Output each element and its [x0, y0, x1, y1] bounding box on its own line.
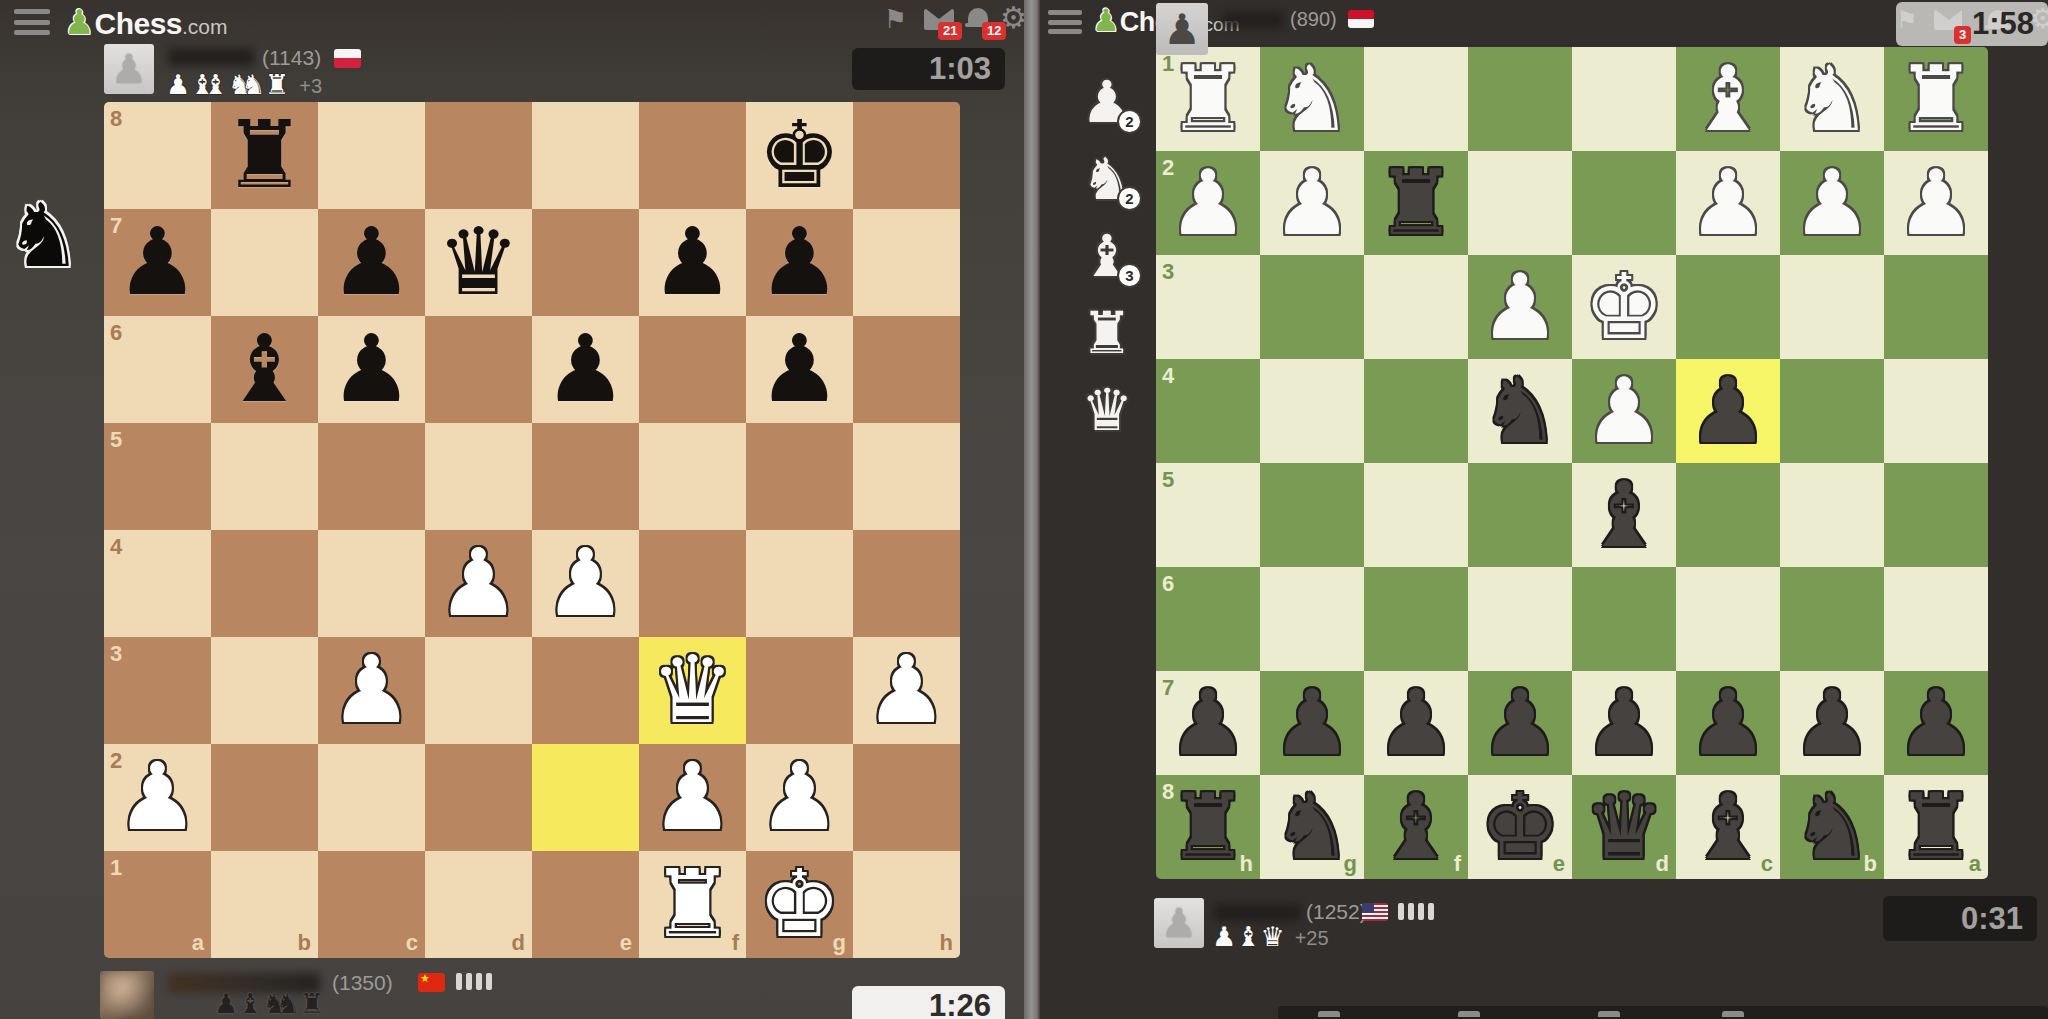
logo-pawn-icon: ♟ [64, 2, 94, 42]
top-player-rating: (890) [1290, 8, 1337, 31]
challenge-flag-icon[interactable]: ⚑ [884, 4, 907, 34]
captured-bishop-icon: ♝ [238, 992, 262, 1019]
square-a5[interactable] [1884, 463, 1988, 567]
file-label: h [940, 930, 953, 956]
square-b3[interactable] [1780, 255, 1884, 359]
captured-queen-icon: ♛ [1260, 924, 1284, 952]
square-d2[interactable] [425, 744, 532, 851]
bottom-player-rating: (1252) [1306, 900, 1367, 924]
square-b2[interactable]: ♟ [1780, 151, 1884, 255]
bottom-player-name-blurred[interactable] [168, 973, 320, 993]
black-pawn-a7[interactable]: ♟ [1896, 671, 1977, 775]
square-g2[interactable]: ♟ [746, 744, 853, 851]
white-rook-f1[interactable]: ♜ [651, 851, 734, 958]
black-pawn-e7[interactable]: ♟ [1480, 671, 1561, 775]
left-chess-board: 8♜♚7♟♟♛♟♟6♝♟♟♟54♟♟3♟♛♟2♟♟♟1abcdef♜g♚h [104, 102, 960, 958]
black-rook-h8[interactable]: ♜ [1168, 775, 1249, 879]
square-a1[interactable]: 1a [104, 851, 211, 958]
square-e8[interactable] [532, 102, 639, 209]
square-d3[interactable]: ♚ [1572, 255, 1676, 359]
square-e6[interactable]: ♟ [532, 316, 639, 423]
square-d3[interactable] [425, 637, 532, 744]
square-e5[interactable] [1468, 463, 1572, 567]
square-e3[interactable] [532, 637, 639, 744]
white-pawn-d4[interactable]: ♟ [1584, 359, 1665, 463]
bottom-player-flag-usa [1362, 903, 1388, 921]
square-d6[interactable] [1572, 567, 1676, 671]
black-pawn-g6[interactable]: ♟ [758, 316, 841, 423]
square-a2[interactable]: 2♟ [104, 744, 211, 851]
menu-hamburger-icon[interactable] [1048, 10, 1082, 34]
file-label: b [298, 930, 311, 956]
square-f3[interactable] [1364, 255, 1468, 359]
file-label: a [192, 930, 204, 956]
square-h6[interactable] [853, 316, 960, 423]
square-h4[interactable]: 4 [1156, 359, 1260, 463]
rank-label: 4 [1162, 363, 1174, 389]
rank-label: 4 [110, 534, 122, 560]
top-player-flag-poland [334, 49, 361, 68]
square-b4[interactable] [1780, 359, 1884, 463]
square-b2[interactable] [211, 744, 318, 851]
bottom-player-clock: 0:31 [1883, 896, 2037, 941]
square-c6[interactable] [1676, 567, 1780, 671]
file-label: d [512, 930, 525, 956]
bottom-player-bars [1398, 903, 1434, 920]
square-f2[interactable]: ♟ [639, 744, 746, 851]
black-bishop-b6[interactable]: ♝ [223, 316, 306, 423]
material-advantage: +3 [299, 72, 322, 100]
rank-label: 3 [110, 641, 122, 667]
square-d4[interactable]: ♟ [1572, 359, 1676, 463]
square-g2[interactable]: ♟ [1260, 151, 1364, 255]
rank-label: 1 [110, 855, 122, 881]
black-pawn-h7[interactable]: ♟ [1168, 671, 1249, 775]
square-h5[interactable] [853, 423, 960, 530]
hand-count-badge: 2 [1117, 109, 1142, 134]
bottom-player-name-blurred[interactable] [1214, 904, 1302, 921]
square-e2[interactable] [532, 744, 639, 851]
black-pawn-e6[interactable]: ♟ [544, 316, 627, 423]
square-c3[interactable]: ♟ [318, 637, 425, 744]
black-knight-g8[interactable]: ♞ [1272, 775, 1353, 879]
black-pawn-d7[interactable]: ♟ [1584, 671, 1665, 775]
white-pawn-d4[interactable]: ♟ [437, 530, 520, 637]
square-h6[interactable]: 6 [1156, 567, 1260, 671]
square-c1[interactable]: c [318, 851, 425, 958]
square-e4[interactable]: ♟ [532, 530, 639, 637]
file-label: c [406, 930, 418, 956]
square-b1[interactable]: b [211, 851, 318, 958]
bottom-player-captured-pieces: ♟♝♞♞♜ [214, 992, 324, 1019]
hand-tray-queen[interactable]: ♛ [1078, 378, 1136, 442]
bottom-player-clock: 1:26 [852, 986, 1005, 1019]
white-pawn-g2[interactable]: ♟ [758, 744, 841, 851]
square-c5[interactable] [318, 423, 425, 530]
toolbar-icon[interactable] [1722, 1011, 1744, 1017]
white-queen-icon: ♛ [1081, 376, 1133, 444]
square-c2[interactable] [318, 744, 425, 851]
square-h1[interactable]: h [853, 851, 960, 958]
square-d8[interactable] [425, 102, 532, 209]
black-king-e8[interactable]: ♚ [1480, 775, 1561, 879]
hand-tray-rook[interactable]: ♜ [1078, 301, 1136, 365]
black-pawn-c7[interactable]: ♟ [1688, 671, 1769, 775]
hand-tray-black-knight[interactable]: ♞ [4, 192, 83, 280]
square-g1[interactable]: ♞ [1260, 47, 1364, 151]
square-f8[interactable]: f♝ [1364, 775, 1468, 879]
square-c8[interactable] [318, 102, 425, 209]
white-pawn-e4[interactable]: ♟ [544, 530, 627, 637]
captured-pawn-icon: ♟ [166, 70, 190, 100]
square-f6[interactable] [639, 316, 746, 423]
square-g8[interactable]: ♚ [746, 102, 853, 209]
black-rook-b8[interactable]: ♜ [223, 102, 306, 209]
square-d7[interactable]: ♛ [425, 209, 532, 316]
white-pawn-b2[interactable]: ♟ [1792, 151, 1873, 255]
square-e2[interactable] [1468, 151, 1572, 255]
square-f7[interactable]: ♟ [1364, 671, 1468, 775]
logo-pawn-icon: ♟ [1092, 2, 1120, 38]
square-a5[interactable]: 5 [104, 423, 211, 530]
square-a7[interactable]: ♟ [1884, 671, 1988, 775]
square-b5[interactable] [1780, 463, 1884, 567]
square-c6[interactable]: ♟ [318, 316, 425, 423]
square-h2[interactable] [853, 744, 960, 851]
bottom-player-flag-china [418, 973, 445, 992]
bottom-player-bars [456, 973, 492, 990]
square-e6[interactable] [1468, 567, 1572, 671]
bottom-player-avatar[interactable]: ♟ [1154, 898, 1204, 948]
toolbar-icon[interactable] [1598, 1011, 1620, 1017]
square-c1[interactable]: ♝ [1676, 47, 1780, 151]
toolbar-icon[interactable] [1458, 1011, 1480, 1017]
black-king-g8[interactable]: ♚ [758, 102, 841, 209]
square-d7[interactable]: ♟ [1572, 671, 1676, 775]
square-a6[interactable]: 6 [104, 316, 211, 423]
square-f4[interactable] [1364, 359, 1468, 463]
white-king-g1[interactable]: ♚ [758, 851, 841, 958]
rank-label: 6 [110, 320, 122, 346]
top-player-clock: 1:03 [852, 48, 1005, 90]
black-pawn-c4[interactable]: ♟ [1688, 359, 1769, 463]
bottom-player-rating: (1350) [332, 971, 393, 995]
square-f5[interactable] [1364, 463, 1468, 567]
white-pawn-f2[interactable]: ♟ [651, 744, 734, 851]
square-b3[interactable] [211, 637, 318, 744]
black-pawn-c7[interactable]: ♟ [330, 209, 413, 316]
toolbar-icon[interactable] [1318, 1011, 1340, 1017]
black-pawn-c6[interactable]: ♟ [330, 316, 413, 423]
right-chess-board: 1♜♞♝♞♜2♟♟♜♟♟♟3♟♚4♞♟♟5♝67♟♟♟♟♟♟♟♟8h♜g♞f♝e… [1156, 47, 1988, 879]
hand-tray-bishop[interactable]: ♝3 [1078, 224, 1136, 288]
square-d1[interactable]: d [425, 851, 532, 958]
square-a3[interactable]: 3 [104, 637, 211, 744]
square-c2[interactable]: ♟ [1676, 151, 1780, 255]
square-d5[interactable] [425, 423, 532, 530]
square-e3[interactable]: ♟ [1468, 255, 1572, 359]
square-h8[interactable] [853, 102, 960, 209]
square-e4[interactable]: ♞ [1468, 359, 1572, 463]
hand-tray-pawn[interactable]: ♟2 [1078, 70, 1136, 134]
square-g7[interactable]: ♟ [746, 209, 853, 316]
captured-pawn-icon: ♟ [214, 992, 238, 1019]
top-player-avatar[interactable]: ♟ [104, 44, 154, 94]
square-h4[interactable] [853, 530, 960, 637]
alerts-badge: 12 [982, 22, 1006, 40]
square-b1[interactable]: ♞ [1780, 47, 1884, 151]
square-b7[interactable] [211, 209, 318, 316]
rank-label: 5 [1162, 467, 1174, 493]
square-g6[interactable]: ♟ [746, 316, 853, 423]
captured-pawn-icon: ♟ [1212, 924, 1236, 952]
top-player-avatar[interactable]: ♟ [1156, 3, 1208, 55]
square-f7[interactable]: ♟ [639, 209, 746, 316]
messages-badge: 21 [938, 22, 962, 40]
chesscom-logo[interactable]: ♟ Chess.com [64, 2, 228, 42]
square-a6[interactable] [1884, 567, 1988, 671]
captured-knight-icon: ♞ [241, 70, 265, 100]
square-g8[interactable]: g♞ [1260, 775, 1364, 879]
square-h2[interactable]: 2♟ [1156, 151, 1260, 255]
white-knight-g1[interactable]: ♞ [1272, 47, 1353, 151]
black-bishop-c8[interactable]: ♝ [1688, 775, 1769, 879]
square-e7[interactable] [532, 209, 639, 316]
square-d6[interactable] [425, 316, 532, 423]
square-f6[interactable] [1364, 567, 1468, 671]
square-e8[interactable]: e♚ [1468, 775, 1572, 879]
square-g3[interactable] [1260, 255, 1364, 359]
white-pawn-e3[interactable]: ♟ [1480, 255, 1561, 359]
square-b6[interactable]: ♝ [211, 316, 318, 423]
square-c8[interactable]: c♝ [1676, 775, 1780, 879]
rank-label: 3 [1162, 259, 1174, 285]
square-f1[interactable] [1364, 47, 1468, 151]
square-a4[interactable] [1884, 359, 1988, 463]
square-b6[interactable] [1780, 567, 1884, 671]
white-king-d3[interactable]: ♚ [1584, 255, 1665, 359]
square-g4[interactable] [1260, 359, 1364, 463]
rank-label: 8 [110, 106, 122, 132]
square-a7[interactable]: 7♟ [104, 209, 211, 316]
square-h1[interactable]: 1♜ [1156, 47, 1260, 151]
square-e5[interactable] [532, 423, 639, 530]
square-h8[interactable]: 8h♜ [1156, 775, 1260, 879]
white-rook-h1[interactable]: ♜ [1168, 47, 1249, 151]
menu-hamburger-icon[interactable] [14, 9, 50, 35]
square-c7[interactable]: ♟ [318, 209, 425, 316]
bottom-player-captured-pieces: ♟♝♛+25 [1212, 924, 1329, 952]
black-pawn-a7[interactable]: ♟ [116, 209, 199, 316]
white-pawn-c3[interactable]: ♟ [330, 637, 413, 744]
top-player-clock: 1:58 [1896, 2, 2048, 46]
white-queen-f3[interactable]: ♛ [651, 637, 734, 744]
bottom-player-avatar[interactable] [100, 971, 154, 1019]
white-pawn-a2[interactable]: ♟ [1896, 151, 1977, 255]
hand-count-badge: 3 [1117, 263, 1142, 288]
black-knight-e4[interactable]: ♞ [1480, 359, 1561, 463]
white-pawn-g2[interactable]: ♟ [1272, 151, 1353, 255]
square-e1[interactable]: e [532, 851, 639, 958]
square-d4[interactable]: ♟ [425, 530, 532, 637]
square-g4[interactable] [746, 530, 853, 637]
square-g5[interactable] [746, 423, 853, 530]
square-b5[interactable] [211, 423, 318, 530]
black-bishop-f8[interactable]: ♝ [1376, 775, 1457, 879]
white-rook-a1[interactable]: ♜ [1896, 47, 1977, 151]
white-pawn-h3[interactable]: ♟ [865, 637, 948, 744]
right-game-pane: ♟ Chess.com ♟ (890) ⚑ ⚙ 1:58 3 ♛♜♝3♞2♟2 … [1040, 0, 2048, 1019]
top-player-rating: (1143) [262, 46, 321, 70]
file-label: e [620, 930, 632, 956]
square-c4[interactable] [318, 530, 425, 637]
black-rook-a8[interactable]: ♜ [1896, 775, 1977, 879]
square-f1[interactable]: f♜ [639, 851, 746, 958]
square-b8[interactable]: b♞ [1780, 775, 1884, 879]
black-rook-f2[interactable]: ♜ [1376, 151, 1457, 255]
square-h5[interactable]: 5 [1156, 463, 1260, 567]
rank-label: 5 [110, 427, 122, 453]
white-pawn-a2[interactable]: ♟ [116, 744, 199, 851]
square-h3[interactable]: ♟ [853, 637, 960, 744]
white-pawn-c2[interactable]: ♟ [1688, 151, 1769, 255]
square-a4[interactable]: 4 [104, 530, 211, 637]
black-pawn-g7[interactable]: ♟ [1272, 671, 1353, 775]
square-b4[interactable] [211, 530, 318, 637]
square-b8[interactable]: ♜ [211, 102, 318, 209]
square-c3[interactable] [1676, 255, 1780, 359]
square-f4[interactable] [639, 530, 746, 637]
top-player-name-blurred[interactable] [168, 48, 254, 66]
rank-label: 6 [1162, 571, 1174, 597]
square-g7[interactable]: ♟ [1260, 671, 1364, 775]
white-rook-icon: ♜ [1081, 299, 1133, 367]
square-e7[interactable]: ♟ [1468, 671, 1572, 775]
material-advantage: +25 [1295, 924, 1329, 952]
square-f8[interactable] [639, 102, 746, 209]
captured-bishop-icon: ♝ [1236, 924, 1260, 952]
square-d2[interactable] [1572, 151, 1676, 255]
square-h7[interactable]: 7♟ [1156, 671, 1260, 775]
captured-bishop-icon: ♝ [203, 70, 227, 100]
white-knight-b1[interactable]: ♞ [1792, 47, 1873, 151]
white-bishop-c1[interactable]: ♝ [1688, 47, 1769, 151]
square-g5[interactable] [1260, 463, 1364, 567]
black-pawn-b7[interactable]: ♟ [1792, 671, 1873, 775]
hand-tray-knight[interactable]: ♞2 [1078, 147, 1136, 211]
black-knight-b8[interactable]: ♞ [1792, 775, 1873, 879]
square-c5[interactable] [1676, 463, 1780, 567]
square-f5[interactable] [639, 423, 746, 530]
square-c4[interactable]: ♟ [1676, 359, 1780, 463]
square-h7[interactable] [853, 209, 960, 316]
square-a1[interactable]: ♜ [1884, 47, 1988, 151]
top-player-captured-pieces: ♟♝♝♞♞♜+3 [166, 70, 322, 100]
window-divider-scrollbar[interactable] [1024, 0, 1040, 1019]
messages-badge: 3 [1954, 26, 1971, 44]
top-player-name-blurred[interactable] [1222, 12, 1284, 28]
black-pawn-f7[interactable]: ♟ [651, 209, 734, 316]
square-a8[interactable]: 8 [104, 102, 211, 209]
square-a8[interactable]: a♜ [1884, 775, 1988, 879]
black-pawn-f7[interactable]: ♟ [1376, 671, 1457, 775]
square-e1[interactable] [1468, 47, 1572, 151]
game-controls-toolbar[interactable] [1278, 1006, 2048, 1019]
square-d1[interactable] [1572, 47, 1676, 151]
square-a2[interactable]: ♟ [1884, 151, 1988, 255]
white-pawn-h2[interactable]: ♟ [1168, 151, 1249, 255]
square-b7[interactable]: ♟ [1780, 671, 1884, 775]
square-d8[interactable]: d♛ [1572, 775, 1676, 879]
square-a3[interactable] [1884, 255, 1988, 359]
captured-rook-icon: ♜ [300, 992, 324, 1019]
square-g6[interactable] [1260, 567, 1364, 671]
black-queen-d8[interactable]: ♛ [1584, 775, 1665, 879]
square-f3[interactable]: ♛ [639, 637, 746, 744]
black-bishop-d5[interactable]: ♝ [1584, 463, 1665, 567]
square-h3[interactable]: 3 [1156, 255, 1260, 359]
left-game-pane: ♟ Chess.com ⚑ 21 12 ⚙ 1:03 ♟ (1143) ♟♝♝♞… [0, 0, 1040, 1019]
black-pawn-g7[interactable]: ♟ [758, 209, 841, 316]
hand-count-badge: 2 [1117, 186, 1142, 211]
square-f2[interactable]: ♜ [1364, 151, 1468, 255]
captured-rook-icon: ♜ [265, 70, 289, 100]
square-g1[interactable]: g♚ [746, 851, 853, 958]
top-player-flag-indonesia [1348, 10, 1374, 28]
captured-knight-icon: ♞ [276, 992, 300, 1019]
square-d5[interactable]: ♝ [1572, 463, 1676, 567]
black-queen-d7[interactable]: ♛ [437, 209, 520, 316]
square-c7[interactable]: ♟ [1676, 671, 1780, 775]
square-g3[interactable] [746, 637, 853, 744]
